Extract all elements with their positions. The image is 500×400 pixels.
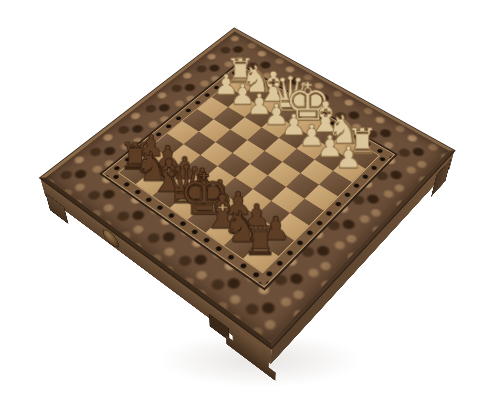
photo-scene: ♜♞♝♛♚♝♞♜♟♟♟♟♟♟♟♟♟♟♟♟♟♟♟♟♜♞♝♛♚♝♞♜ bbox=[0, 0, 500, 400]
board-top-face: ♜♞♝♛♚♝♞♜♟♟♟♟♟♟♟♟♟♟♟♟♟♟♟♟♜♞♝♛♚♝♞♜ bbox=[40, 28, 454, 348]
white-pawn[interactable]: ♟ bbox=[335, 143, 362, 173]
square-7-7[interactable]: ♜ bbox=[243, 243, 278, 272]
left-corner-foot bbox=[45, 193, 68, 224]
black-rook[interactable]: ♜ bbox=[242, 222, 277, 261]
chess-board: ♜♞♝♛♚♝♞♜♟♟♟♟♟♟♟♟♟♟♟♟♟♟♟♟♜♞♝♛♚♝♞♜ bbox=[40, 28, 454, 348]
